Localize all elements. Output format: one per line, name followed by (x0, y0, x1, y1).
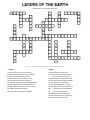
down-clue-list: 2. State of matter of the inner core3. M… (49, 71, 88, 98)
clue-number: 19 (68, 41, 69, 42)
clue-number: 13 (23, 35, 24, 36)
crossword-worksheet: LAYERS OF THE EARTH Complete the crosswo… (0, 0, 90, 120)
clue-item-number: 20. (49, 97, 51, 98)
clue-number: 16 (10, 38, 11, 39)
clue-number: 6 (78, 12, 79, 13)
clue-number: 5 (65, 12, 66, 13)
clue-number: 2 (20, 12, 21, 13)
clue-number: 18 (55, 41, 56, 42)
clue-number: 22 (49, 57, 50, 58)
clue-number: 3 (49, 12, 50, 13)
clue-number: 7 (30, 15, 31, 16)
clue-item-number: 22. (8, 90, 10, 91)
crossword-grid[interactable]: 12345678910111213141516171819202122 (10, 12, 80, 63)
grid-blank (77, 60, 80, 63)
down-section: Down 2. State of matter of the inner cor… (49, 69, 88, 99)
clue-number: 9 (46, 19, 47, 20)
clue-item: 22. Heat transfer by currents in the man… (8, 90, 47, 92)
page-subtitle: Complete the crossword below (0, 8, 90, 10)
clue-number: 12 (36, 25, 37, 26)
clue-number: 15 (49, 35, 50, 36)
footer-credit: Created using the Crossword Maker on The… (0, 65, 90, 66)
clue-number: 20 (14, 51, 15, 52)
clue-item: 20. The metal center of the Earth (49, 97, 88, 99)
clue-number: 21 (62, 51, 63, 52)
clue-number: 11 (14, 25, 15, 26)
clue-number: 4 (58, 12, 59, 13)
clue-number: 10 (42, 22, 43, 23)
across-clue-list: 1. The thin, rocky outer layer of the Ea… (8, 71, 47, 92)
clue-section: Across 1. The thin, rocky outer layer of… (0, 69, 90, 99)
clue-number: 14 (42, 35, 43, 36)
clue-number: 8 (20, 19, 21, 20)
worksheet-scale-wrap: LAYERS OF THE EARTH Complete the crosswo… (0, 0, 90, 120)
across-section: Across 1. The thin, rocky outer layer of… (8, 69, 47, 99)
clue-number: 1 (10, 12, 11, 13)
page-title: LAYERS OF THE EARTH (0, 0, 90, 7)
clue-number: 17 (30, 38, 31, 39)
